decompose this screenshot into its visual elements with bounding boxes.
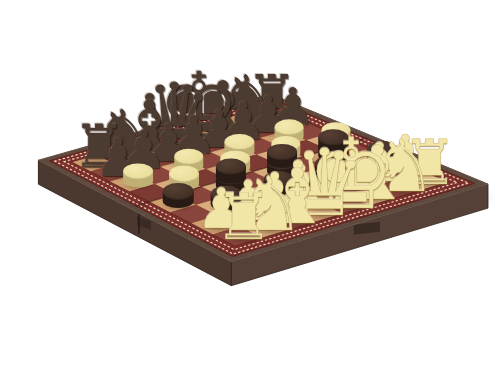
product-photo-scene: ♜♞♟♝♟♚♟♛♟♝♟♞♟♜♟♟♟♟♜♟♞♟♝♟♚♟♛♟♝♟♞♜ — [0, 0, 500, 375]
chess-board — [0, 0, 500, 375]
